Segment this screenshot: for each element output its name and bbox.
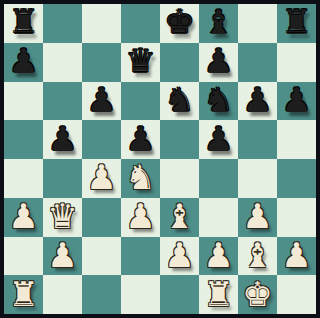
piece-white-pawn[interactable]: ♟	[242, 199, 272, 233]
piece-white-rook[interactable]: ♜	[8, 277, 38, 311]
square-g7[interactable]	[238, 43, 277, 82]
piece-black-queen[interactable]: ♛	[125, 44, 155, 78]
square-a3[interactable]: ♟	[4, 198, 43, 237]
square-a5[interactable]	[4, 120, 43, 159]
piece-white-pawn[interactable]: ♟	[164, 238, 194, 272]
piece-black-pawn[interactable]: ♟	[8, 44, 38, 78]
square-a7[interactable]: ♟	[4, 43, 43, 82]
square-b1[interactable]	[43, 275, 82, 314]
piece-black-pawn[interactable]: ♟	[281, 83, 311, 117]
square-g6[interactable]: ♟	[238, 82, 277, 121]
square-e8[interactable]: ♚	[160, 4, 199, 43]
piece-black-pawn[interactable]: ♟	[242, 83, 272, 117]
square-a8[interactable]: ♜	[4, 4, 43, 43]
piece-black-pawn[interactable]: ♟	[203, 122, 233, 156]
piece-white-queen[interactable]: ♛	[47, 199, 77, 233]
piece-white-knight[interactable]: ♞	[125, 160, 155, 194]
piece-black-rook[interactable]: ♜	[8, 5, 38, 39]
piece-white-pawn[interactable]: ♟	[281, 238, 311, 272]
piece-black-bishop[interactable]: ♝	[203, 5, 233, 39]
square-d2[interactable]	[121, 237, 160, 276]
square-h7[interactable]	[277, 43, 316, 82]
square-h2[interactable]: ♟	[277, 237, 316, 276]
piece-white-bishop[interactable]: ♝	[242, 238, 272, 272]
square-f5[interactable]: ♟	[199, 120, 238, 159]
square-d8[interactable]	[121, 4, 160, 43]
square-f3[interactable]	[199, 198, 238, 237]
square-b5[interactable]: ♟	[43, 120, 82, 159]
square-f7[interactable]: ♟	[199, 43, 238, 82]
square-c5[interactable]	[82, 120, 121, 159]
square-e7[interactable]	[160, 43, 199, 82]
square-e6[interactable]: ♞	[160, 82, 199, 121]
square-f4[interactable]	[199, 159, 238, 198]
square-c1[interactable]	[82, 275, 121, 314]
square-f2[interactable]: ♟	[199, 237, 238, 276]
square-c3[interactable]	[82, 198, 121, 237]
square-b6[interactable]	[43, 82, 82, 121]
square-f1[interactable]: ♜	[199, 275, 238, 314]
piece-black-pawn[interactable]: ♟	[203, 44, 233, 78]
square-b7[interactable]	[43, 43, 82, 82]
square-c6[interactable]: ♟	[82, 82, 121, 121]
square-e4[interactable]	[160, 159, 199, 198]
square-h3[interactable]	[277, 198, 316, 237]
square-d3[interactable]: ♟	[121, 198, 160, 237]
square-a6[interactable]	[4, 82, 43, 121]
piece-white-pawn[interactable]: ♟	[86, 160, 116, 194]
square-e1[interactable]	[160, 275, 199, 314]
chess-board-frame: ♜♚♝♜♟♛♟♟♞♞♟♟♟♟♟♟♞♟♛♟♝♟♟♟♟♝♟♜♜♚	[0, 0, 320, 318]
piece-black-knight[interactable]: ♞	[203, 83, 233, 117]
square-e3[interactable]: ♝	[160, 198, 199, 237]
piece-white-pawn[interactable]: ♟	[47, 238, 77, 272]
square-e5[interactable]	[160, 120, 199, 159]
piece-black-pawn[interactable]: ♟	[125, 122, 155, 156]
piece-white-king[interactable]: ♚	[242, 277, 272, 311]
square-g3[interactable]: ♟	[238, 198, 277, 237]
chess-board: ♜♚♝♜♟♛♟♟♞♞♟♟♟♟♟♟♞♟♛♟♝♟♟♟♟♝♟♜♜♚	[4, 4, 316, 314]
square-h8[interactable]: ♜	[277, 4, 316, 43]
square-e2[interactable]: ♟	[160, 237, 199, 276]
square-d1[interactable]	[121, 275, 160, 314]
piece-black-pawn[interactable]: ♟	[86, 83, 116, 117]
piece-black-king[interactable]: ♚	[164, 5, 194, 39]
square-d5[interactable]: ♟	[121, 120, 160, 159]
piece-black-rook[interactable]: ♜	[281, 5, 311, 39]
square-d7[interactable]: ♛	[121, 43, 160, 82]
square-a2[interactable]	[4, 237, 43, 276]
square-f8[interactable]: ♝	[199, 4, 238, 43]
square-d6[interactable]	[121, 82, 160, 121]
piece-white-pawn[interactable]: ♟	[203, 238, 233, 272]
square-h4[interactable]	[277, 159, 316, 198]
square-h1[interactable]	[277, 275, 316, 314]
square-g2[interactable]: ♝	[238, 237, 277, 276]
square-b3[interactable]: ♛	[43, 198, 82, 237]
square-g1[interactable]: ♚	[238, 275, 277, 314]
square-g4[interactable]	[238, 159, 277, 198]
square-f6[interactable]: ♞	[199, 82, 238, 121]
square-c4[interactable]: ♟	[82, 159, 121, 198]
piece-black-pawn[interactable]: ♟	[47, 122, 77, 156]
piece-white-pawn[interactable]: ♟	[8, 199, 38, 233]
square-g5[interactable]	[238, 120, 277, 159]
square-c7[interactable]	[82, 43, 121, 82]
square-b8[interactable]	[43, 4, 82, 43]
square-a1[interactable]: ♜	[4, 275, 43, 314]
square-b2[interactable]: ♟	[43, 237, 82, 276]
piece-white-rook[interactable]: ♜	[203, 277, 233, 311]
square-c2[interactable]	[82, 237, 121, 276]
square-b4[interactable]	[43, 159, 82, 198]
piece-black-knight[interactable]: ♞	[164, 83, 194, 117]
square-h5[interactable]	[277, 120, 316, 159]
square-h6[interactable]: ♟	[277, 82, 316, 121]
square-a4[interactable]	[4, 159, 43, 198]
square-d4[interactable]: ♞	[121, 159, 160, 198]
piece-white-pawn[interactable]: ♟	[125, 199, 155, 233]
square-g8[interactable]	[238, 4, 277, 43]
square-c8[interactable]	[82, 4, 121, 43]
piece-white-bishop[interactable]: ♝	[164, 199, 194, 233]
